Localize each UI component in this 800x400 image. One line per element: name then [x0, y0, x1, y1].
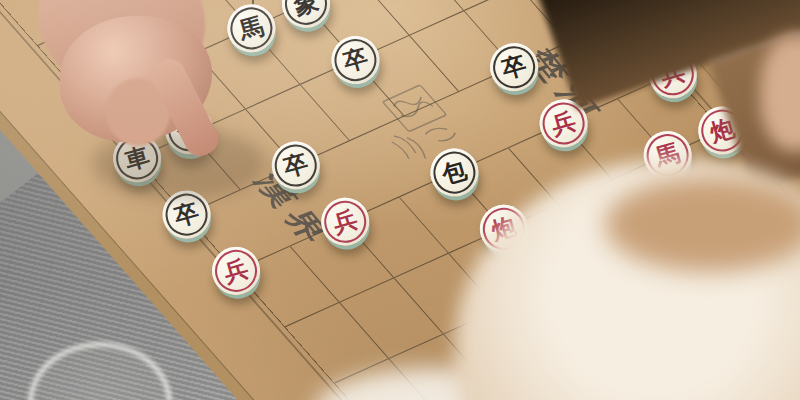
piece-black-soldier-file3-rank6[interactable]: 卒 [266, 136, 325, 195]
foreground-person-hair-blur [605, 177, 800, 272]
piece-black-chariot-file1-rank7[interactable]: 車 [107, 129, 166, 188]
piece-glyph: 包 [176, 117, 203, 144]
piece-black-cannon-file2-rank7[interactable]: 包 [162, 103, 216, 157]
piece-glyph: 車 [122, 144, 152, 174]
piece-glyph: 卒 [499, 52, 529, 82]
piece-glyph: 兵 [221, 256, 251, 286]
piece-glyph: 卒 [172, 200, 202, 230]
piece-red-soldier-file3-rank5[interactable]: 兵 [316, 192, 375, 251]
xiangqi-photo-scene: 漢界 楚河 象卒馬卒卒兵兵炮包馬車卒包卒兵炮車兵相車相馬 [0, 0, 800, 400]
piece-glyph: 馬 [237, 14, 267, 44]
piece-black-soldier-file5-rank7[interactable]: 卒 [326, 30, 385, 89]
piece-red-soldier-file1-rank5[interactable]: 兵 [206, 241, 265, 300]
piece-glyph: 卒 [281, 151, 311, 181]
piece-black-soldier-file1-rank6[interactable]: 卒 [157, 185, 216, 244]
piece-glyph: 兵 [330, 207, 360, 237]
piece-black-horse-file4-rank8[interactable]: 馬 [222, 0, 281, 58]
piece-glyph: 兵 [549, 109, 579, 139]
piece-glyph: 包 [440, 158, 470, 188]
piece-glyph: 卒 [341, 45, 371, 75]
piece-glyph: 象 [291, 0, 321, 19]
piece-black-elephant-file5-rank8[interactable]: 象 [276, 0, 335, 34]
piece-black-soldier-file7-rank6[interactable]: 卒 [484, 38, 543, 97]
piece-black-cannon-file5-rank5[interactable]: 包 [425, 143, 484, 202]
